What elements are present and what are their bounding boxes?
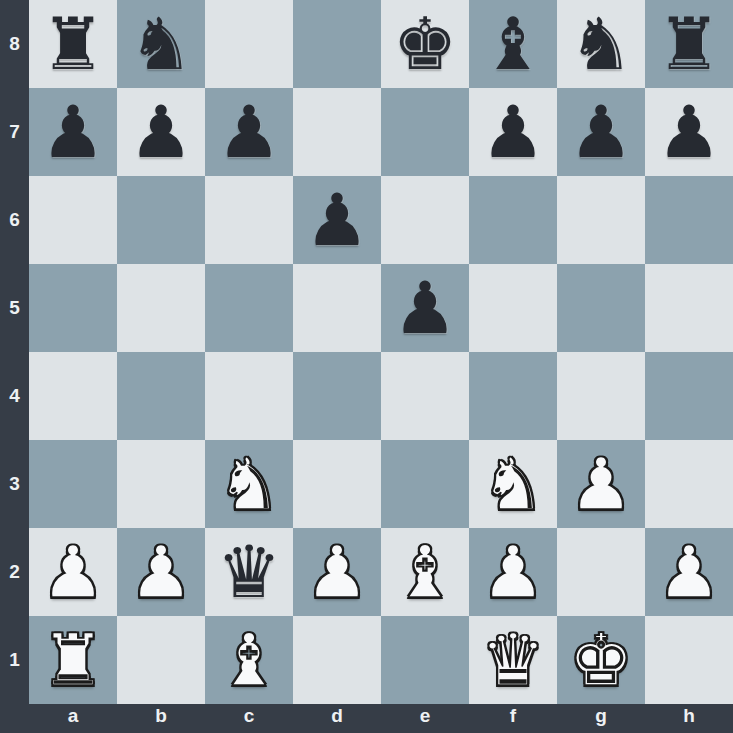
file-label-g: g (557, 704, 645, 733)
square-g4[interactable] (557, 352, 645, 440)
square-f5[interactable] (469, 264, 557, 352)
square-c8[interactable] (205, 0, 293, 88)
square-a4[interactable] (29, 352, 117, 440)
chess-app: 87654321 ♜♞♚♝♞♜♟♟♟♟♟♟♟♟♞♞♟♟♟♛♟♝♟♟♜♝♛♚ ab… (0, 0, 733, 733)
white-knight-piece[interactable]: ♞ (217, 440, 282, 528)
square-h2[interactable]: ♟ (645, 528, 733, 616)
square-d3[interactable] (293, 440, 381, 528)
square-h5[interactable] (645, 264, 733, 352)
square-f7[interactable]: ♟ (469, 88, 557, 176)
square-e6[interactable] (381, 176, 469, 264)
square-a3[interactable] (29, 440, 117, 528)
square-b5[interactable] (117, 264, 205, 352)
square-g7[interactable]: ♟ (557, 88, 645, 176)
black-pawn-piece[interactable]: ♟ (217, 88, 282, 176)
square-c2[interactable]: ♛ (205, 528, 293, 616)
square-e8[interactable]: ♚ (381, 0, 469, 88)
square-g1[interactable]: ♚ (557, 616, 645, 704)
rank-label-7: 7 (0, 88, 29, 176)
black-pawn-piece[interactable]: ♟ (305, 176, 370, 264)
square-g3[interactable]: ♟ (557, 440, 645, 528)
square-a5[interactable] (29, 264, 117, 352)
square-d4[interactable] (293, 352, 381, 440)
black-king-piece[interactable]: ♚ (393, 0, 458, 88)
square-f3[interactable]: ♞ (469, 440, 557, 528)
square-g5[interactable] (557, 264, 645, 352)
square-b2[interactable]: ♟ (117, 528, 205, 616)
rank-label-8: 8 (0, 0, 29, 88)
square-b4[interactable] (117, 352, 205, 440)
file-label-h: h (645, 704, 733, 733)
rank-label-1: 1 (0, 616, 29, 704)
square-c6[interactable] (205, 176, 293, 264)
square-e1[interactable] (381, 616, 469, 704)
square-h8[interactable]: ♜ (645, 0, 733, 88)
square-f4[interactable] (469, 352, 557, 440)
rank-label-2: 2 (0, 528, 29, 616)
black-pawn-piece[interactable]: ♟ (41, 88, 106, 176)
square-d2[interactable]: ♟ (293, 528, 381, 616)
square-c3[interactable]: ♞ (205, 440, 293, 528)
white-pawn-piece[interactable]: ♟ (129, 528, 194, 616)
black-pawn-piece[interactable]: ♟ (657, 88, 722, 176)
file-label-e: e (381, 704, 469, 733)
square-h4[interactable] (645, 352, 733, 440)
white-pawn-piece[interactable]: ♟ (481, 528, 546, 616)
black-pawn-piece[interactable]: ♟ (569, 88, 634, 176)
square-d6[interactable]: ♟ (293, 176, 381, 264)
square-f6[interactable] (469, 176, 557, 264)
rank-label-5: 5 (0, 264, 29, 352)
square-e5[interactable]: ♟ (381, 264, 469, 352)
square-e2[interactable]: ♝ (381, 528, 469, 616)
rank-label-4: 4 (0, 352, 29, 440)
square-d8[interactable] (293, 0, 381, 88)
square-e7[interactable] (381, 88, 469, 176)
square-g2[interactable] (557, 528, 645, 616)
file-label-f: f (469, 704, 557, 733)
white-pawn-piece[interactable]: ♟ (657, 528, 722, 616)
black-knight-piece[interactable]: ♞ (129, 0, 194, 88)
square-e4[interactable] (381, 352, 469, 440)
white-pawn-piece[interactable]: ♟ (305, 528, 370, 616)
white-king-piece[interactable]: ♚ (569, 616, 634, 704)
square-h6[interactable] (645, 176, 733, 264)
square-c5[interactable] (205, 264, 293, 352)
square-f8[interactable]: ♝ (469, 0, 557, 88)
square-a2[interactable]: ♟ (29, 528, 117, 616)
rank-label-6: 6 (0, 176, 29, 264)
square-g6[interactable] (557, 176, 645, 264)
white-rook-piece[interactable]: ♜ (41, 616, 106, 704)
white-knight-piece[interactable]: ♞ (481, 440, 546, 528)
square-f1[interactable]: ♛ (469, 616, 557, 704)
black-queen-piece[interactable]: ♛ (217, 528, 282, 616)
white-queen-piece[interactable]: ♛ (481, 616, 546, 704)
square-h7[interactable]: ♟ (645, 88, 733, 176)
square-b6[interactable] (117, 176, 205, 264)
square-a1[interactable]: ♜ (29, 616, 117, 704)
square-c7[interactable]: ♟ (205, 88, 293, 176)
black-pawn-piece[interactable]: ♟ (393, 264, 458, 352)
square-b7[interactable]: ♟ (117, 88, 205, 176)
black-bishop-piece[interactable]: ♝ (481, 0, 546, 88)
square-h1[interactable] (645, 616, 733, 704)
square-a6[interactable] (29, 176, 117, 264)
square-a8[interactable]: ♜ (29, 0, 117, 88)
rank-labels: 87654321 (0, 0, 29, 704)
square-d5[interactable] (293, 264, 381, 352)
square-a7[interactable]: ♟ (29, 88, 117, 176)
square-d1[interactable] (293, 616, 381, 704)
white-pawn-piece[interactable]: ♟ (41, 528, 106, 616)
square-e3[interactable] (381, 440, 469, 528)
rank-label-3: 3 (0, 440, 29, 528)
square-d7[interactable] (293, 88, 381, 176)
file-labels: abcdefgh (29, 704, 733, 733)
square-b3[interactable] (117, 440, 205, 528)
white-bishop-piece[interactable]: ♝ (217, 616, 282, 704)
file-label-a: a (29, 704, 117, 733)
square-b8[interactable]: ♞ (117, 0, 205, 88)
file-label-d: d (293, 704, 381, 733)
square-c1[interactable]: ♝ (205, 616, 293, 704)
square-c4[interactable] (205, 352, 293, 440)
black-rook-piece[interactable]: ♜ (657, 0, 722, 88)
black-pawn-piece[interactable]: ♟ (129, 88, 194, 176)
square-h3[interactable] (645, 440, 733, 528)
file-label-c: c (205, 704, 293, 733)
chess-board: ♜♞♚♝♞♜♟♟♟♟♟♟♟♟♞♞♟♟♟♛♟♝♟♟♜♝♛♚ (29, 0, 733, 704)
black-knight-piece[interactable]: ♞ (569, 0, 634, 88)
white-bishop-piece[interactable]: ♝ (393, 528, 458, 616)
black-rook-piece[interactable]: ♜ (41, 0, 106, 88)
file-label-b: b (117, 704, 205, 733)
black-pawn-piece[interactable]: ♟ (481, 88, 546, 176)
white-pawn-piece[interactable]: ♟ (569, 440, 634, 528)
square-g8[interactable]: ♞ (557, 0, 645, 88)
square-f2[interactable]: ♟ (469, 528, 557, 616)
square-b1[interactable] (117, 616, 205, 704)
